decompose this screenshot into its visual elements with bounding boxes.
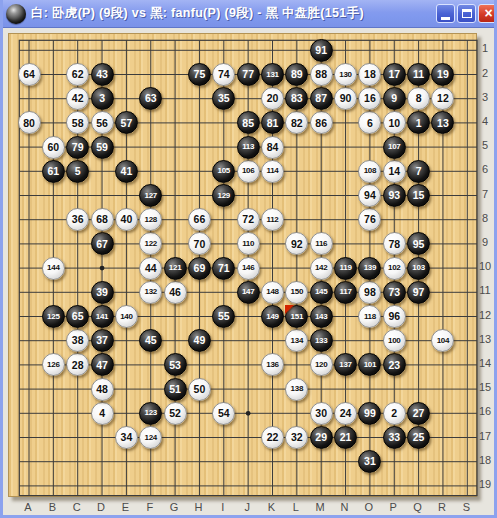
stone-white-86: 86 (310, 111, 333, 134)
row-label-12: 12 (477, 309, 493, 321)
stone-black-73: 73 (383, 281, 406, 304)
stone-white-20: 20 (261, 87, 284, 110)
stone-black-83: 83 (285, 87, 308, 110)
stone-black-129: 129 (212, 184, 235, 207)
stone-white-56: 56 (91, 111, 114, 134)
stone-black-97: 97 (407, 281, 430, 304)
stone-white-96: 96 (383, 305, 406, 328)
col-label-M: M (312, 501, 328, 513)
stone-white-46: 46 (164, 281, 187, 304)
close-icon: × (484, 6, 492, 20)
stone-white-16: 16 (358, 87, 381, 110)
stone-black-79: 79 (66, 136, 89, 159)
stone-white-18: 18 (358, 63, 381, 86)
stone-white-32: 32 (285, 426, 308, 449)
stone-black-69: 69 (188, 257, 211, 280)
stone-white-128: 128 (139, 208, 162, 231)
stone-black-67: 67 (91, 232, 114, 255)
last-move-marker (285, 305, 294, 314)
stone-white-136: 136 (261, 353, 284, 376)
stone-black-9: 9 (383, 87, 406, 110)
stone-black-1: 1 (407, 111, 430, 134)
stone-black-49: 49 (188, 329, 211, 352)
row-label-10: 10 (477, 260, 493, 272)
stone-black-89: 89 (285, 63, 308, 86)
row-label-16: 16 (477, 405, 493, 417)
stone-white-80: 80 (18, 111, 41, 134)
stone-white-106: 106 (237, 160, 260, 183)
stone-black-63: 63 (139, 87, 162, 110)
col-label-H: H (190, 501, 206, 513)
stone-white-134: 134 (285, 329, 308, 352)
stone-white-8: 8 (407, 87, 430, 110)
stone-white-126: 126 (42, 353, 65, 376)
stone-white-114: 114 (261, 160, 284, 183)
stone-white-36: 36 (66, 208, 89, 231)
stone-black-117: 117 (334, 281, 357, 304)
stone-black-145: 145 (310, 281, 333, 304)
col-label-K: K (264, 501, 280, 513)
stone-white-72: 72 (237, 208, 260, 231)
stone-black-91: 91 (310, 39, 333, 62)
stone-white-58: 58 (66, 111, 89, 134)
stone-white-40: 40 (115, 208, 138, 231)
minimize-button[interactable] (436, 4, 455, 23)
stone-white-124: 124 (139, 426, 162, 449)
stone-white-122: 122 (139, 232, 162, 255)
window-titlebar[interactable]: 白: 卧虎(P) (9段) vs 黑: fanfu(P) (9段) - 黑 中盘… (0, 0, 497, 28)
stone-white-42: 42 (66, 87, 89, 110)
row-label-17: 17 (477, 430, 493, 442)
stone-white-66: 66 (188, 208, 211, 231)
stone-white-102: 102 (383, 257, 406, 280)
stone-white-62: 62 (66, 63, 89, 86)
stone-black-23: 23 (383, 353, 406, 376)
stone-black-71: 71 (212, 257, 235, 280)
stone-white-104: 104 (431, 329, 454, 352)
stone-black-143: 143 (310, 305, 333, 328)
stone-white-138: 138 (285, 378, 308, 401)
client-area: 1234567891011121314151617181920212223242… (3, 28, 494, 515)
stone-white-84: 84 (261, 136, 284, 159)
stone-white-118: 118 (358, 305, 381, 328)
row-label-5: 5 (477, 139, 493, 151)
col-label-L: L (288, 501, 304, 513)
row-label-18: 18 (477, 454, 493, 466)
stone-black-121: 121 (164, 257, 187, 280)
stone-white-54: 54 (212, 402, 235, 425)
stone-black-47: 47 (91, 353, 114, 376)
stone-black-113: 113 (237, 136, 260, 159)
stone-white-90: 90 (334, 87, 357, 110)
maximize-icon (462, 9, 472, 18)
window-title: 白: 卧虎(P) (9段) vs 黑: fanfu(P) (9段) - 黑 中盘… (31, 5, 364, 22)
stone-black-35: 35 (212, 87, 235, 110)
stone-black-11: 11 (407, 63, 430, 86)
stone-white-146: 146 (237, 257, 260, 280)
stone-black-125: 125 (42, 305, 65, 328)
stone-white-88: 88 (310, 63, 333, 86)
stone-white-68: 68 (91, 208, 114, 231)
stone-black-107: 107 (383, 136, 406, 159)
stone-black-137: 137 (334, 353, 357, 376)
stone-black-139: 139 (358, 257, 381, 280)
stone-white-100: 100 (383, 329, 406, 352)
col-label-C: C (69, 501, 85, 513)
stone-black-15: 15 (407, 184, 430, 207)
stone-white-150: 150 (285, 281, 308, 304)
stone-white-74: 74 (212, 63, 235, 86)
stone-white-6: 6 (358, 111, 381, 134)
stone-white-92: 92 (285, 232, 308, 255)
row-label-14: 14 (477, 357, 493, 369)
col-label-O: O (361, 501, 377, 513)
app-window: 白: 卧虎(P) (9段) vs 黑: fanfu(P) (9段) - 黑 中盘… (0, 0, 497, 518)
go-board[interactable]: 1234567891011121314151617181920212223242… (8, 33, 477, 497)
stone-white-38: 38 (66, 329, 89, 352)
row-label-15: 15 (477, 381, 493, 393)
row-label-19: 19 (477, 478, 493, 490)
stone-black-61: 61 (42, 160, 65, 183)
row-label-4: 4 (477, 115, 493, 127)
col-label-D: D (93, 501, 109, 513)
stone-black-31: 31 (358, 450, 381, 473)
stone-white-148: 148 (261, 281, 284, 304)
maximize-button[interactable] (457, 4, 476, 23)
stone-white-76: 76 (358, 208, 381, 231)
stone-white-78: 78 (383, 232, 406, 255)
col-label-N: N (337, 501, 353, 513)
stone-black-27: 27 (407, 402, 430, 425)
stone-black-81: 81 (261, 111, 284, 134)
stone-white-2: 2 (383, 402, 406, 425)
stone-white-132: 132 (139, 281, 162, 304)
row-label-2: 2 (477, 67, 493, 79)
stone-white-50: 50 (188, 378, 211, 401)
stone-white-142: 142 (310, 257, 333, 280)
close-button[interactable]: × (478, 4, 497, 23)
stone-black-21: 21 (334, 426, 357, 449)
col-label-B: B (44, 501, 60, 513)
col-label-F: F (142, 501, 158, 513)
stone-black-55: 55 (212, 305, 235, 328)
stone-black-87: 87 (310, 87, 333, 110)
window-controls: × (436, 4, 497, 23)
stone-black-39: 39 (91, 281, 114, 304)
stone-black-65: 65 (66, 305, 89, 328)
stones-layer: 1234567891011121314151617181920212223242… (9, 34, 476, 496)
stone-black-29: 29 (310, 426, 333, 449)
stone-black-53: 53 (164, 353, 187, 376)
stone-black-43: 43 (91, 63, 114, 86)
stone-black-133: 133 (310, 329, 333, 352)
stone-black-131: 131 (261, 63, 284, 86)
stone-black-147: 147 (237, 281, 260, 304)
stone-white-140: 140 (115, 305, 138, 328)
stone-white-112: 112 (261, 208, 284, 231)
row-label-6: 6 (477, 163, 493, 175)
stone-black-41: 41 (115, 160, 138, 183)
row-label-3: 3 (477, 91, 493, 103)
stone-white-28: 28 (66, 353, 89, 376)
stone-white-98: 98 (358, 281, 381, 304)
stone-white-82: 82 (285, 111, 308, 134)
stone-white-64: 64 (18, 63, 41, 86)
stone-white-10: 10 (383, 111, 406, 134)
stone-white-60: 60 (42, 136, 65, 159)
stone-black-123: 123 (139, 402, 162, 425)
row-label-13: 13 (477, 333, 493, 345)
stone-black-25: 25 (407, 426, 430, 449)
stone-black-103: 103 (407, 257, 430, 280)
stone-white-24: 24 (334, 402, 357, 425)
stone-white-108: 108 (358, 160, 381, 183)
stone-black-85: 85 (237, 111, 260, 134)
stone-black-141: 141 (91, 305, 114, 328)
stone-white-30: 30 (310, 402, 333, 425)
col-label-A: A (20, 501, 36, 513)
col-label-G: G (166, 501, 182, 513)
stone-black-17: 17 (383, 63, 406, 86)
stone-black-3: 3 (91, 87, 114, 110)
col-label-P: P (385, 501, 401, 513)
stone-black-5: 5 (66, 160, 89, 183)
stone-black-99: 99 (358, 402, 381, 425)
stone-white-12: 12 (431, 87, 454, 110)
stone-black-45: 45 (139, 329, 162, 352)
stone-black-19: 19 (431, 63, 454, 86)
stone-white-120: 120 (310, 353, 333, 376)
row-label-11: 11 (477, 284, 493, 296)
go-stone-sphere-icon (6, 4, 26, 24)
stone-black-149: 149 (261, 305, 284, 328)
stone-black-77: 77 (237, 63, 260, 86)
stone-black-75: 75 (188, 63, 211, 86)
stone-black-101: 101 (358, 353, 381, 376)
stone-black-7: 7 (407, 160, 430, 183)
stone-white-22: 22 (261, 426, 284, 449)
col-label-I: I (215, 501, 231, 513)
stone-black-51: 51 (164, 378, 187, 401)
row-label-7: 7 (477, 188, 493, 200)
stone-white-116: 116 (310, 232, 333, 255)
col-label-E: E (117, 501, 133, 513)
stone-white-110: 110 (237, 232, 260, 255)
row-label-1: 1 (477, 42, 493, 54)
stone-black-57: 57 (115, 111, 138, 134)
stone-black-13: 13 (431, 111, 454, 134)
stone-black-105: 105 (212, 160, 235, 183)
stone-black-59: 59 (91, 136, 114, 159)
col-label-S: S (458, 501, 474, 513)
stone-white-34: 34 (115, 426, 138, 449)
stone-white-4: 4 (91, 402, 114, 425)
stone-black-127: 127 (139, 184, 162, 207)
stone-white-52: 52 (164, 402, 187, 425)
stone-white-144: 144 (42, 257, 65, 280)
col-label-Q: Q (410, 501, 426, 513)
stone-white-48: 48 (91, 378, 114, 401)
stone-black-119: 119 (334, 257, 357, 280)
stone-black-33: 33 (383, 426, 406, 449)
stone-white-130: 130 (334, 63, 357, 86)
stone-white-44: 44 (139, 257, 162, 280)
stone-white-70: 70 (188, 232, 211, 255)
minimize-icon (441, 17, 450, 20)
col-label-J: J (239, 501, 255, 513)
row-label-8: 8 (477, 212, 493, 224)
stone-black-37: 37 (91, 329, 114, 352)
stone-white-14: 14 (383, 160, 406, 183)
stone-black-93: 93 (383, 184, 406, 207)
stone-black-95: 95 (407, 232, 430, 255)
col-label-R: R (434, 501, 450, 513)
row-label-9: 9 (477, 236, 493, 248)
stone-white-94: 94 (358, 184, 381, 207)
